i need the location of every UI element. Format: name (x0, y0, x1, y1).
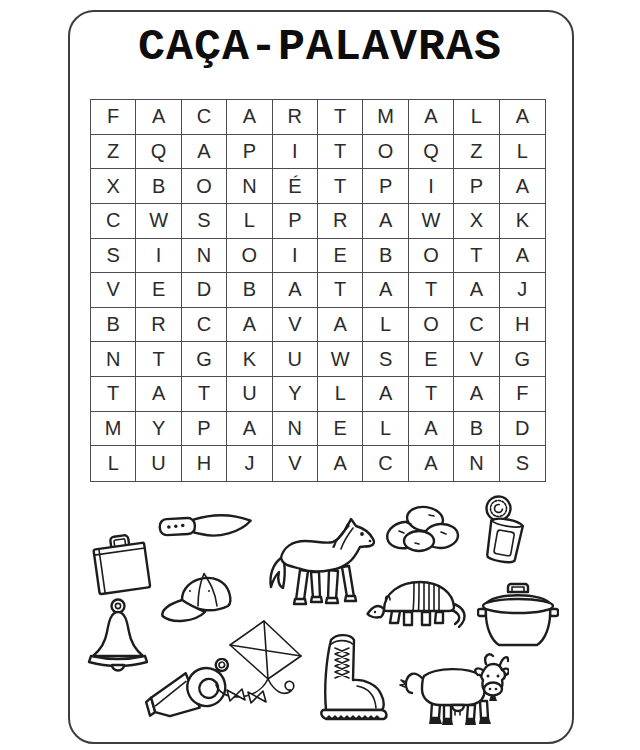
grid-cell-r10c2[interactable]: Y (136, 412, 181, 447)
potatoes-icon (381, 499, 463, 559)
grid-cell-r9c8[interactable]: T (409, 377, 454, 412)
grid-cell-r2c9[interactable]: Z (454, 135, 499, 170)
grid-cell-r5c2[interactable]: I (136, 239, 181, 274)
grid-cell-r6c7[interactable]: A (363, 273, 408, 308)
grid-cell-r3c9[interactable]: P (454, 169, 499, 204)
grid-cell-r7c7[interactable]: L (363, 308, 408, 343)
grid-cell-r10c1[interactable]: M (91, 412, 136, 447)
grid-cell-r10c8[interactable]: A (409, 412, 454, 447)
grid-cell-r9c9[interactable]: A (454, 377, 499, 412)
grid-cell-r6c8[interactable]: T (409, 273, 454, 308)
grid-cell-r4c7[interactable]: A (363, 204, 408, 239)
grid-cell-r5c6[interactable]: E (318, 239, 363, 274)
grid-cell-r2c8[interactable]: Q (409, 135, 454, 170)
grid-cell-r1c6[interactable]: T (318, 100, 363, 135)
grid-cell-r3c7[interactable]: P (363, 169, 408, 204)
can-icon (473, 495, 537, 575)
grid-cell-r1c7[interactable]: M (363, 100, 408, 135)
grid-cell-r10c6[interactable]: E (318, 412, 363, 447)
grid-cell-r4c3[interactable]: S (182, 204, 227, 239)
grid-cell-r1c9[interactable]: L (454, 100, 499, 135)
grid-cell-r6c2[interactable]: E (136, 273, 181, 308)
grid-cell-r11c7[interactable]: C (363, 446, 408, 481)
grid-cell-r2c10[interactable]: L (500, 135, 545, 170)
grid-cell-r6c5[interactable]: A (273, 273, 318, 308)
grid-cell-r3c6[interactable]: T (318, 169, 363, 204)
grid-cell-r3c2[interactable]: B (136, 169, 181, 204)
grid-cell-r6c4[interactable]: B (227, 273, 272, 308)
armadillo-icon (365, 569, 469, 633)
grid-cell-r8c7[interactable]: S (363, 342, 408, 377)
grid-cell-r4c6[interactable]: R (318, 204, 363, 239)
grid-cell-r5c3[interactable]: N (182, 239, 227, 274)
grid-cell-r11c8[interactable]: A (409, 446, 454, 481)
grid-cell-r4c4[interactable]: L (227, 204, 272, 239)
page-title: CAÇA-PALAVRAS (0, 22, 640, 73)
grid-cell-r3c1[interactable]: X (91, 169, 136, 204)
cow-icon (395, 643, 509, 727)
grid-cell-r11c4[interactable]: J (227, 446, 272, 481)
grid-cell-r10c4[interactable]: A (227, 412, 272, 447)
grid-cell-r5c1[interactable]: S (91, 239, 136, 274)
grid-cell-r6c1[interactable]: V (91, 273, 136, 308)
grid-cell-r2c7[interactable]: O (363, 135, 408, 170)
grid-cell-r3c8[interactable]: I (409, 169, 454, 204)
grid-cell-r9c10[interactable]: F (500, 377, 545, 412)
grid-cell-r5c5[interactable]: I (273, 239, 318, 274)
grid-cell-r8c8[interactable]: E (409, 342, 454, 377)
grid-cell-r4c5[interactable]: P (273, 204, 318, 239)
grid-cell-r2c4[interactable]: P (227, 135, 272, 170)
grid-cell-r8c6[interactable]: W (318, 342, 363, 377)
grid-cell-r7c1[interactable]: B (91, 308, 136, 343)
grid-cell-r3c10[interactable]: A (500, 169, 545, 204)
grid-cell-r3c5[interactable]: É (273, 169, 318, 204)
grid-cell-r5c7[interactable]: B (363, 239, 408, 274)
grid-cell-r4c2[interactable]: W (136, 204, 181, 239)
grid-cell-r8c4[interactable]: K (227, 342, 272, 377)
grid-cell-r11c2[interactable]: U (136, 446, 181, 481)
grid-cell-r11c1[interactable]: L (91, 446, 136, 481)
grid-cell-r8c2[interactable]: T (136, 342, 181, 377)
grid-cell-r8c1[interactable]: N (91, 342, 136, 377)
horse-icon (262, 513, 382, 611)
grid-cell-r4c1[interactable]: C (91, 204, 136, 239)
grid-cell-r7c5[interactable]: V (273, 308, 318, 343)
grid-cell-r7c9[interactable]: C (454, 308, 499, 343)
grid-cell-r9c7[interactable]: A (363, 377, 408, 412)
grid-cell-r8c10[interactable]: G (500, 342, 545, 377)
grid-cell-r4c8[interactable]: W (409, 204, 454, 239)
grid-cell-r5c10[interactable]: A (500, 239, 545, 274)
grid-cell-r10c5[interactable]: N (273, 412, 318, 447)
grid-cell-r1c4[interactable]: A (227, 100, 272, 135)
grid-cell-r10c9[interactable]: B (454, 412, 499, 447)
grid-cell-r1c3[interactable]: C (182, 100, 227, 135)
grid-cell-r10c3[interactable]: P (182, 412, 227, 447)
grid-cell-r11c6[interactable]: A (318, 446, 363, 481)
grid-cell-r2c6[interactable]: T (318, 135, 363, 170)
grid-cell-r10c10[interactable]: D (500, 412, 545, 447)
grid-cell-r7c10[interactable]: H (500, 308, 545, 343)
grid-cell-r3c4[interactable]: N (227, 169, 272, 204)
grid-cell-r8c5[interactable]: U (273, 342, 318, 377)
grid-cell-r9c1[interactable]: T (91, 377, 136, 412)
grid-cell-r4c9[interactable]: X (454, 204, 499, 239)
grid-cell-r6c3[interactable]: D (182, 273, 227, 308)
grid-cell-r8c3[interactable]: G (182, 342, 227, 377)
grid-cell-r9c3[interactable]: T (182, 377, 227, 412)
grid-cell-r7c2[interactable]: R (136, 308, 181, 343)
grid-cell-r7c3[interactable]: C (182, 308, 227, 343)
kite-icon (211, 618, 305, 704)
grid-cell-r1c2[interactable]: A (136, 100, 181, 135)
grid-cell-r5c4[interactable]: O (227, 239, 272, 274)
grid-cell-r1c5[interactable]: R (273, 100, 318, 135)
grid-cell-r2c2[interactable]: Q (136, 135, 181, 170)
grid-cell-r11c9[interactable]: N (454, 446, 499, 481)
grid-cell-r10c7[interactable]: L (363, 412, 408, 447)
grid-cell-r9c5[interactable]: Y (273, 377, 318, 412)
grid-cell-r6c9[interactable]: A (454, 273, 499, 308)
grid-cell-r6c10[interactable]: J (500, 273, 545, 308)
grid-cell-r2c5[interactable]: I (273, 135, 318, 170)
grid-cell-r3c3[interactable]: O (182, 169, 227, 204)
grid-cell-r7c4[interactable]: A (227, 308, 272, 343)
suitcase-icon (84, 516, 158, 602)
grid-cell-r11c3[interactable]: H (182, 446, 227, 481)
knife-icon (157, 506, 257, 552)
grid-cell-r9c6[interactable]: L (318, 377, 363, 412)
grid-cell-r2c1[interactable]: Z (91, 135, 136, 170)
grid-cell-r4c10[interactable]: K (500, 204, 545, 239)
boot-icon (315, 628, 393, 724)
letter-grid: FACARTMALAZQAPITOQZLXBONÉTPIPACWSLPRAWXK… (90, 99, 546, 482)
grid-cell-r7c6[interactable]: A (318, 308, 363, 343)
grid-cell-r5c9[interactable]: T (454, 239, 499, 274)
grid-cell-r1c10[interactable]: A (500, 100, 545, 135)
grid-cell-r7c8[interactable]: O (409, 308, 454, 343)
grid-cell-r2c3[interactable]: A (182, 135, 227, 170)
grid-cell-r9c4[interactable]: U (227, 377, 272, 412)
grid-cell-r11c5[interactable]: V (273, 446, 318, 481)
grid-cell-r8c9[interactable]: V (454, 342, 499, 377)
grid-cell-r11c10[interactable]: S (500, 446, 545, 481)
grid-cell-r5c8[interactable]: O (409, 239, 454, 274)
grid-cell-r9c2[interactable]: A (136, 377, 181, 412)
grid-cell-r1c1[interactable]: F (91, 100, 136, 135)
grid-cell-r6c6[interactable]: T (318, 273, 363, 308)
grid-cell-r1c8[interactable]: A (409, 100, 454, 135)
